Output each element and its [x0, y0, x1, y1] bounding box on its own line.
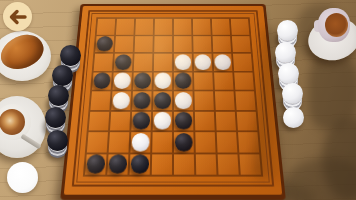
white-disc	[113, 73, 131, 89]
white-turn-indicator-disc	[7, 162, 38, 193]
white-disc-stack	[282, 83, 303, 104]
latte-art	[0, 109, 25, 135]
board-cell[interactable]	[239, 154, 261, 175]
board-cell[interactable]	[232, 36, 251, 52]
board-cell[interactable]	[217, 132, 238, 152]
board-cell[interactable]	[134, 54, 153, 71]
board-cell[interactable]	[94, 54, 113, 71]
board-cell[interactable]	[87, 132, 108, 152]
board-cell[interactable]	[174, 111, 193, 130]
black-disc	[154, 92, 171, 109]
leaf-shadow	[282, 158, 356, 200]
arrow-left-icon	[8, 9, 27, 25]
board-cell[interactable]	[194, 91, 213, 109]
board-cell[interactable]	[133, 72, 152, 90]
board-cell[interactable]	[152, 154, 172, 175]
board-cell[interactable]	[193, 19, 211, 35]
board-cell[interactable]	[215, 91, 235, 109]
board-cell[interactable]	[95, 36, 114, 52]
board-cell[interactable]	[174, 36, 192, 52]
black-disc	[175, 73, 192, 89]
board-cell[interactable]	[107, 154, 128, 175]
board-cell[interactable]	[155, 19, 173, 35]
board-cell[interactable]	[194, 72, 213, 90]
board-cell[interactable]	[97, 19, 116, 35]
board-cell[interactable]	[92, 72, 112, 90]
board-cell[interactable]	[153, 111, 172, 130]
white-disc	[214, 54, 231, 70]
black-disc	[175, 112, 193, 130]
board-cell[interactable]	[174, 91, 193, 109]
black-disc-stack	[47, 130, 68, 151]
board-cell[interactable]	[174, 19, 192, 35]
white-disc-stack	[278, 63, 299, 84]
board-cell[interactable]	[235, 91, 255, 109]
board-cell[interactable]	[135, 19, 153, 35]
coffee-surface	[325, 13, 348, 37]
board-cell[interactable]	[154, 36, 172, 52]
board-cell[interactable]	[174, 72, 193, 90]
board-cell[interactable]	[218, 154, 239, 175]
board-cell[interactable]	[152, 132, 172, 152]
board-cell[interactable]	[130, 154, 151, 175]
black-disc-stack	[48, 85, 69, 106]
leaf-shadow	[308, 52, 356, 130]
board-cell[interactable]	[174, 132, 194, 152]
board-cell[interactable]	[174, 154, 194, 175]
white-disc	[175, 54, 192, 70]
board-cell[interactable]	[213, 54, 232, 71]
board-cell[interactable]	[115, 36, 134, 52]
board-cell[interactable]	[237, 111, 258, 130]
black-disc	[175, 133, 193, 151]
board-cell[interactable]	[193, 36, 211, 52]
white-disc-stack	[277, 20, 298, 41]
black-disc	[93, 73, 111, 89]
board-cell[interactable]	[153, 72, 172, 90]
board-cell[interactable]	[131, 111, 151, 130]
board-cell[interactable]	[231, 19, 250, 35]
board-cell[interactable]	[216, 111, 236, 130]
black-disc	[96, 37, 113, 52]
board-cell[interactable]	[90, 91, 110, 109]
white-disc-stack	[275, 42, 296, 63]
board-cell[interactable]	[110, 111, 130, 130]
black-disc	[130, 155, 149, 174]
board-cell[interactable]	[196, 154, 217, 175]
board-cell[interactable]	[153, 91, 172, 109]
white-disc	[175, 92, 192, 109]
board-cell[interactable]	[212, 19, 230, 35]
black-disc	[132, 112, 150, 130]
board-border-inner	[76, 13, 270, 183]
game-scene	[0, 0, 356, 200]
white-disc	[154, 73, 171, 89]
board-cell[interactable]	[111, 91, 131, 109]
black-disc-stack	[52, 65, 73, 86]
board-cell[interactable]	[132, 91, 151, 109]
white-disc-stack	[283, 107, 304, 128]
board-cell[interactable]	[234, 72, 254, 90]
board-frame	[64, 6, 282, 195]
board-cell[interactable]	[85, 154, 107, 175]
black-disc	[86, 155, 106, 174]
board-cell[interactable]	[154, 54, 172, 71]
white-disc	[194, 54, 211, 70]
black-disc	[115, 54, 132, 70]
board-cell[interactable]	[113, 72, 132, 90]
board-cell[interactable]	[135, 36, 153, 52]
board-cell[interactable]	[130, 132, 150, 152]
board-cell[interactable]	[195, 111, 215, 130]
board-grid	[83, 17, 263, 176]
white-disc	[153, 112, 171, 130]
board-cell[interactable]	[174, 54, 192, 71]
board-cell[interactable]	[238, 132, 259, 152]
board-cell[interactable]	[89, 111, 110, 130]
board-cell[interactable]	[194, 54, 213, 71]
board-cell[interactable]	[195, 132, 215, 152]
black-disc-stack	[45, 107, 66, 128]
board-cell[interactable]	[109, 132, 130, 152]
black-disc	[133, 92, 151, 109]
board-border-outer	[72, 10, 274, 186]
board-cell[interactable]	[233, 54, 252, 71]
black-disc	[134, 73, 151, 89]
white-disc	[112, 92, 130, 109]
back-button[interactable]	[3, 2, 32, 31]
game-board	[60, 4, 286, 200]
board-cell[interactable]	[213, 36, 232, 52]
black-disc-stack	[60, 45, 81, 66]
leaf-shadow	[322, 118, 356, 200]
board-cell[interactable]	[214, 72, 233, 90]
black-disc	[108, 155, 127, 174]
board-cell[interactable]	[114, 54, 133, 71]
white-disc	[131, 133, 150, 151]
board-cell[interactable]	[116, 19, 134, 35]
